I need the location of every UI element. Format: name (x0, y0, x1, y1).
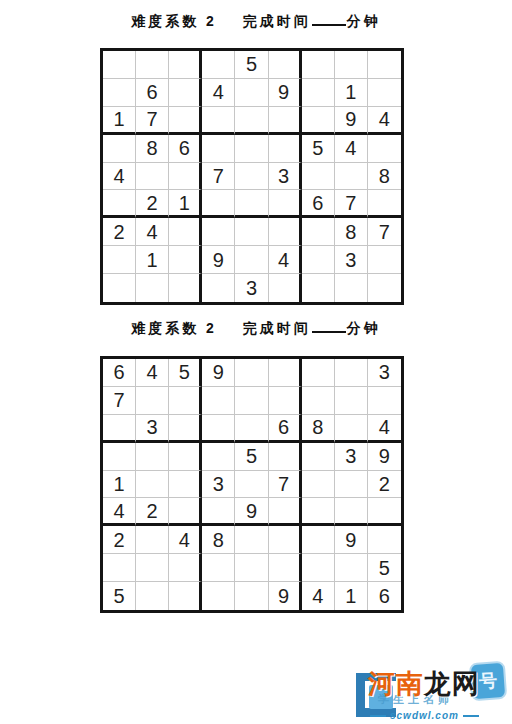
sudoku-cell-r4c6 (269, 135, 302, 163)
sudoku-cell-r8c6 (269, 554, 302, 582)
sudoku-cell-r4c8: 4 (335, 135, 368, 163)
sudoku-cell-r8c7 (302, 246, 335, 274)
sudoku-cell-r3c8 (335, 415, 368, 443)
sudoku-cell-r6c9 (368, 498, 401, 526)
sudoku-board-1: 564911794865447382167248719433 (100, 48, 404, 305)
sudoku-cell-r6c2: 2 (136, 498, 169, 526)
sudoku-cell-r8c8 (335, 554, 368, 582)
sudoku-board-2: 645937368453913724292489559416 (100, 356, 404, 613)
sudoku-cell-r5c5 (235, 163, 268, 191)
sudoku-cell-r2c1 (103, 79, 136, 107)
sudoku-cell-r8c6: 4 (269, 246, 302, 274)
sudoku-cell-r4c4 (202, 443, 235, 471)
puzzle-2-title: 难度系数 2完成时间分钟 (0, 320, 512, 338)
sudoku-cell-r7c9: 7 (368, 218, 401, 246)
sudoku-cell-r6c4 (202, 190, 235, 218)
sudoku-cell-r4c9: 9 (368, 443, 401, 471)
sudoku-cell-r3c3 (169, 107, 202, 135)
sudoku-cell-r9c3 (169, 274, 202, 302)
sudoku-cell-r3c9: 4 (368, 415, 401, 443)
sudoku-cell-r2c7 (302, 79, 335, 107)
sudoku-cell-r5c5 (235, 471, 268, 499)
sudoku-cell-r5c4: 7 (202, 163, 235, 191)
sudoku-cell-r5c9: 8 (368, 163, 401, 191)
sudoku-cell-r1c4: 9 (202, 359, 235, 387)
sudoku-cell-r2c1: 7 (103, 387, 136, 415)
sudoku-cell-r7c5 (235, 218, 268, 246)
completion-time-label: 完成时间 (243, 13, 311, 29)
sudoku-cell-r1c1: 6 (103, 359, 136, 387)
sudoku-cell-r3c2: 7 (136, 107, 169, 135)
sudoku-cell-r9c4 (202, 582, 235, 610)
sudoku-cell-r1c5: 5 (235, 51, 268, 79)
sudoku-cell-r2c3 (169, 79, 202, 107)
sudoku-cell-r6c2: 2 (136, 190, 169, 218)
sudoku-cell-r8c2: 1 (136, 246, 169, 274)
sudoku-cell-r5c9: 2 (368, 471, 401, 499)
sudoku-cell-r2c9 (368, 79, 401, 107)
sudoku-cell-r3c1: 1 (103, 107, 136, 135)
sudoku-cell-r4c6 (269, 443, 302, 471)
sudoku-cell-r9c6 (269, 274, 302, 302)
sudoku-cell-r6c9 (368, 190, 401, 218)
sudoku-cell-r2c4: 4 (202, 79, 235, 107)
sudoku-cell-r1c7 (302, 51, 335, 79)
sudoku-cell-r7c1: 2 (103, 526, 136, 554)
sudoku-cell-r2c5 (235, 387, 268, 415)
sudoku-cell-r7c5 (235, 526, 268, 554)
sudoku-cell-r6c6 (269, 190, 302, 218)
url-dash-left (370, 715, 386, 717)
sudoku-cell-r7c6 (269, 218, 302, 246)
sudoku-cell-r2c8 (335, 387, 368, 415)
sudoku-cell-r2c6 (269, 387, 302, 415)
sudoku-cell-r3c4 (202, 107, 235, 135)
sudoku-cell-r9c1: 5 (103, 582, 136, 610)
sudoku-cell-r3c6: 6 (269, 415, 302, 443)
sudoku-cell-r9c5: 3 (235, 274, 268, 302)
sudoku-cell-r8c1 (103, 246, 136, 274)
sudoku-cell-r1c8 (335, 51, 368, 79)
sudoku-cell-r4c1 (103, 135, 136, 163)
sudoku-cell-r9c3 (169, 582, 202, 610)
sudoku-cell-r1c7 (302, 359, 335, 387)
sudoku-cell-r2c3 (169, 387, 202, 415)
sudoku-cell-r9c9: 6 (368, 582, 401, 610)
sudoku-cell-r3c5 (235, 415, 268, 443)
sudoku-cell-r6c3 (169, 498, 202, 526)
sudoku-cell-r4c3: 6 (169, 135, 202, 163)
sudoku-cell-r7c8: 9 (335, 526, 368, 554)
url-dash-right (463, 715, 479, 717)
sudoku-cell-r8c3 (169, 554, 202, 582)
sudoku-cell-r4c7: 5 (302, 135, 335, 163)
sudoku-cell-r5c7 (302, 163, 335, 191)
sudoku-cell-r7c8: 8 (335, 218, 368, 246)
sudoku-cell-r2c2: 6 (136, 79, 169, 107)
sudoku-cell-r5c1: 1 (103, 471, 136, 499)
sudoku-cell-r1c4 (202, 51, 235, 79)
completion-time-blank (312, 327, 346, 333)
sudoku-cell-r6c3: 1 (169, 190, 202, 218)
sudoku-cell-r3c7 (302, 107, 335, 135)
sudoku-cell-r6c5 (235, 190, 268, 218)
sudoku-cell-r4c5 (235, 135, 268, 163)
sudoku-cell-r8c1 (103, 554, 136, 582)
worksheet-page: 难度系数 2完成时间分钟 564911794865447382167248719… (0, 0, 512, 724)
sudoku-cell-r9c2 (136, 582, 169, 610)
sudoku-cell-r8c5 (235, 246, 268, 274)
sudoku-cell-r4c9 (368, 135, 401, 163)
watermark-brand: 河南龙网 (368, 666, 480, 702)
completion-time-blank (312, 20, 346, 26)
completion-time-label: 完成时间 (243, 320, 311, 336)
sudoku-cell-r9c8: 1 (335, 582, 368, 610)
sudoku-cell-r2c4 (202, 387, 235, 415)
sudoku-cell-r9c7 (302, 274, 335, 302)
sudoku-cell-r9c1 (103, 274, 136, 302)
sudoku-cell-r5c4: 3 (202, 471, 235, 499)
sudoku-cell-r3c7: 8 (302, 415, 335, 443)
sudoku-cell-r7c4: 8 (202, 526, 235, 554)
sudoku-cell-r1c3: 5 (169, 359, 202, 387)
watermark: 学生上名师 号 河南龙网 scwdwl.com (350, 642, 512, 724)
sudoku-cell-r7c4 (202, 218, 235, 246)
sudoku-cell-r4c2 (136, 443, 169, 471)
sudoku-cell-r1c9: 3 (368, 359, 401, 387)
watermark-brand-part1: 河南 (368, 669, 424, 699)
sudoku-cell-r9c5 (235, 582, 268, 610)
sudoku-cell-r3c5 (235, 107, 268, 135)
sudoku-cell-r1c9 (368, 51, 401, 79)
sudoku-cell-r9c6: 9 (269, 582, 302, 610)
sudoku-cell-r8c5 (235, 554, 268, 582)
sudoku-cell-r8c4 (202, 554, 235, 582)
sudoku-cell-r5c3 (169, 163, 202, 191)
sudoku-cell-r6c7 (302, 498, 335, 526)
sudoku-cell-r7c7 (302, 218, 335, 246)
sudoku-cell-r6c4 (202, 498, 235, 526)
sudoku-cell-r5c6: 7 (269, 471, 302, 499)
sudoku-cell-r8c9: 5 (368, 554, 401, 582)
sudoku-cell-r6c5: 9 (235, 498, 268, 526)
sudoku-cell-r6c7: 6 (302, 190, 335, 218)
sudoku-cell-r5c6: 3 (269, 163, 302, 191)
sudoku-cell-r7c2 (136, 526, 169, 554)
sudoku-cell-r7c2: 4 (136, 218, 169, 246)
sudoku-cell-r2c7 (302, 387, 335, 415)
sudoku-cell-r4c1 (103, 443, 136, 471)
sudoku-cell-r1c6 (269, 359, 302, 387)
sudoku-cell-r7c1: 2 (103, 218, 136, 246)
sudoku-cell-r5c8 (335, 163, 368, 191)
sudoku-cell-r8c4: 9 (202, 246, 235, 274)
sudoku-cell-r5c2 (136, 471, 169, 499)
sudoku-cell-r5c1: 4 (103, 163, 136, 191)
sudoku-cell-r7c9 (368, 526, 401, 554)
sudoku-cell-r8c9 (368, 246, 401, 274)
sudoku-cell-r6c8 (335, 498, 368, 526)
minutes-label: 分钟 (347, 13, 381, 29)
sudoku-cell-r9c2 (136, 274, 169, 302)
sudoku-cell-r9c8 (335, 274, 368, 302)
sudoku-cell-r6c6 (269, 498, 302, 526)
sudoku-cell-r8c7 (302, 554, 335, 582)
sudoku-cell-r8c2 (136, 554, 169, 582)
sudoku-cell-r3c6 (269, 107, 302, 135)
sudoku-cell-r3c2: 3 (136, 415, 169, 443)
sudoku-cell-r6c8: 7 (335, 190, 368, 218)
sudoku-cell-r2c5 (235, 79, 268, 107)
sudoku-cell-r6c1: 4 (103, 498, 136, 526)
sudoku-cell-r7c6 (269, 526, 302, 554)
sudoku-cell-r4c7 (302, 443, 335, 471)
sudoku-cell-r3c9: 4 (368, 107, 401, 135)
watermark-url: scwdwl.com (370, 710, 479, 721)
sudoku-cell-r5c7 (302, 471, 335, 499)
sudoku-cell-r5c3 (169, 471, 202, 499)
sudoku-cell-r4c4 (202, 135, 235, 163)
sudoku-cell-r7c3 (169, 218, 202, 246)
sudoku-cell-r1c2 (136, 51, 169, 79)
sudoku-cell-r3c8: 9 (335, 107, 368, 135)
sudoku-cell-r1c1 (103, 51, 136, 79)
minutes-label: 分钟 (347, 320, 381, 336)
sudoku-cell-r7c7 (302, 526, 335, 554)
watermark-url-text: scwdwl.com (390, 710, 459, 721)
sudoku-cell-r5c2 (136, 163, 169, 191)
sudoku-cell-r3c1 (103, 415, 136, 443)
sudoku-cell-r1c3 (169, 51, 202, 79)
sudoku-cell-r4c3 (169, 443, 202, 471)
sudoku-cell-r4c2: 8 (136, 135, 169, 163)
watermark-brand-part2: 龙网 (424, 669, 480, 699)
sudoku-cell-r3c3 (169, 415, 202, 443)
sudoku-cell-r2c6: 9 (269, 79, 302, 107)
sudoku-cell-r7c3: 4 (169, 526, 202, 554)
sudoku-cell-r9c9 (368, 274, 401, 302)
sudoku-cell-r2c9 (368, 387, 401, 415)
sudoku-cell-r5c8 (335, 471, 368, 499)
puzzle-1-title: 难度系数 2完成时间分钟 (0, 13, 512, 31)
sudoku-cell-r4c5: 5 (235, 443, 268, 471)
sudoku-cell-r1c6 (269, 51, 302, 79)
sudoku-cell-r3c4 (202, 415, 235, 443)
sudoku-cell-r8c3 (169, 246, 202, 274)
sudoku-cell-r1c8 (335, 359, 368, 387)
difficulty-label: 难度系数 2 (131, 13, 217, 29)
difficulty-label: 难度系数 2 (131, 320, 217, 336)
sudoku-cell-r2c2 (136, 387, 169, 415)
sudoku-cell-r9c4 (202, 274, 235, 302)
sudoku-cell-r8c8: 3 (335, 246, 368, 274)
sudoku-cell-r1c2: 4 (136, 359, 169, 387)
sudoku-cell-r9c7: 4 (302, 582, 335, 610)
sudoku-cell-r4c8: 3 (335, 443, 368, 471)
sudoku-cell-r6c1 (103, 190, 136, 218)
sudoku-cell-r2c8: 1 (335, 79, 368, 107)
sudoku-cell-r1c5 (235, 359, 268, 387)
